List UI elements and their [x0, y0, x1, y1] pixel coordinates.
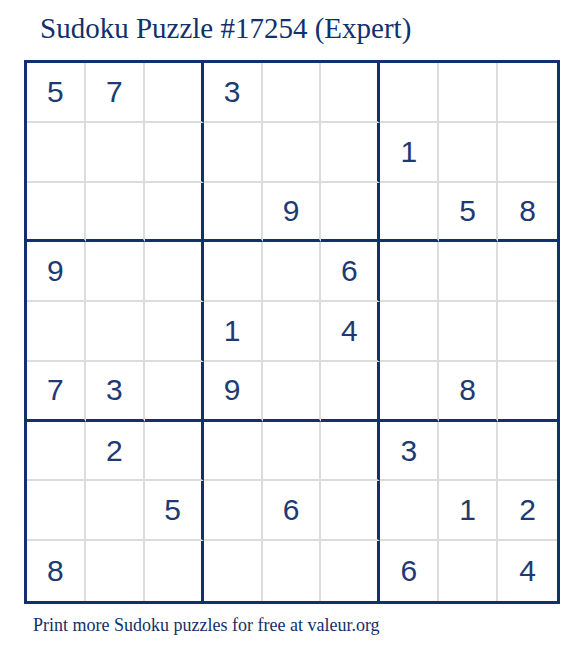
cell-r3c9: 8 [498, 183, 557, 243]
cell-r7c8 [439, 422, 498, 482]
footer-text: Print more Sudoku puzzles for free at va… [33, 615, 380, 636]
cell-r6c7 [380, 362, 439, 422]
cell-r4c5 [263, 242, 322, 302]
cell-r8c1 [27, 481, 86, 541]
cell-r6c6 [321, 362, 380, 422]
cell-r5c7 [380, 302, 439, 362]
cell-r8c6 [321, 481, 380, 541]
cell-r1c3 [145, 63, 204, 123]
cell-r2c6 [321, 123, 380, 183]
cell-r6c3 [145, 362, 204, 422]
cell-r8c2 [86, 481, 145, 541]
sudoku-page: Sudoku Puzzle #17254 (Expert) 5731958961… [0, 0, 580, 651]
cell-r5c5 [263, 302, 322, 362]
cell-r4c8 [439, 242, 498, 302]
cell-r3c3 [145, 183, 204, 243]
cell-r3c6 [321, 183, 380, 243]
cell-r2c2 [86, 123, 145, 183]
cell-r5c2 [86, 302, 145, 362]
cell-r1c2: 7 [86, 63, 145, 123]
cell-r9c3 [145, 541, 204, 601]
cell-r2c4 [204, 123, 263, 183]
cell-r2c9 [498, 123, 557, 183]
cell-r8c8: 1 [439, 481, 498, 541]
cell-r7c3 [145, 422, 204, 482]
cell-r1c5 [263, 63, 322, 123]
cell-r7c7: 3 [380, 422, 439, 482]
cell-r6c5 [263, 362, 322, 422]
cell-r5c8 [439, 302, 498, 362]
cell-r4c1: 9 [27, 242, 86, 302]
cell-r4c3 [145, 242, 204, 302]
cell-r3c7 [380, 183, 439, 243]
cell-r5c3 [145, 302, 204, 362]
cell-r2c1 [27, 123, 86, 183]
cell-r3c4 [204, 183, 263, 243]
cell-r5c1 [27, 302, 86, 362]
cell-r4c4 [204, 242, 263, 302]
cell-r8c7 [380, 481, 439, 541]
cell-r4c6: 6 [321, 242, 380, 302]
cell-r3c8: 5 [439, 183, 498, 243]
cell-r1c4: 3 [204, 63, 263, 123]
cell-r3c5: 9 [263, 183, 322, 243]
cell-r4c9 [498, 242, 557, 302]
cell-r2c5 [263, 123, 322, 183]
cell-r3c2 [86, 183, 145, 243]
cell-r4c2 [86, 242, 145, 302]
cell-r6c8: 8 [439, 362, 498, 422]
cell-r5c6: 4 [321, 302, 380, 362]
cell-r2c8 [439, 123, 498, 183]
cell-r1c6 [321, 63, 380, 123]
cell-r7c9 [498, 422, 557, 482]
cell-r9c8 [439, 541, 498, 601]
cell-r1c8 [439, 63, 498, 123]
cell-r7c4 [204, 422, 263, 482]
cell-r5c4: 1 [204, 302, 263, 362]
cell-r1c9 [498, 63, 557, 123]
cell-r9c6 [321, 541, 380, 601]
cell-r4c7 [380, 242, 439, 302]
cell-r7c6 [321, 422, 380, 482]
cell-r2c3 [145, 123, 204, 183]
cell-r9c9: 4 [498, 541, 557, 601]
cell-r3c1 [27, 183, 86, 243]
cell-r1c7 [380, 63, 439, 123]
cell-r8c9: 2 [498, 481, 557, 541]
cell-r6c4: 9 [204, 362, 263, 422]
cell-r9c4 [204, 541, 263, 601]
cell-r7c5 [263, 422, 322, 482]
cell-r9c5 [263, 541, 322, 601]
cell-r2c7: 1 [380, 123, 439, 183]
cell-r9c2 [86, 541, 145, 601]
cell-r6c2: 3 [86, 362, 145, 422]
cell-r7c2: 2 [86, 422, 145, 482]
sudoku-board: 573195896147398235612864 [24, 60, 560, 604]
cell-r6c1: 7 [27, 362, 86, 422]
cell-r8c4 [204, 481, 263, 541]
cell-r7c1 [27, 422, 86, 482]
cell-r1c1: 5 [27, 63, 86, 123]
page-title: Sudoku Puzzle #17254 (Expert) [40, 12, 411, 45]
cell-r9c7: 6 [380, 541, 439, 601]
cell-r5c9 [498, 302, 557, 362]
cell-r9c1: 8 [27, 541, 86, 601]
cell-r8c5: 6 [263, 481, 322, 541]
cell-r6c9 [498, 362, 557, 422]
cell-r8c3: 5 [145, 481, 204, 541]
